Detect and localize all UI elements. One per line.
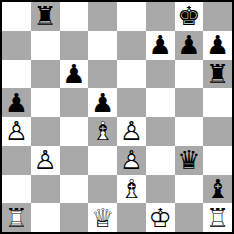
square-a2[interactable] [2,175,31,204]
square-h5[interactable] [203,88,232,117]
black-pawn: ♟ [146,31,175,60]
square-g5[interactable] [175,88,204,117]
square-f6[interactable] [146,60,175,89]
square-e4[interactable]: ♟♙ [117,117,146,146]
square-a7[interactable] [2,31,31,60]
white-pawn: ♙ [117,146,146,175]
square-c5[interactable] [60,88,89,117]
square-d2[interactable] [88,175,117,204]
white-queen: ♕ [88,203,117,232]
square-a8[interactable] [2,2,31,31]
white-pawn-fill: ♟ [117,146,146,175]
square-h7[interactable]: ♟ [203,31,232,60]
square-f4[interactable] [146,117,175,146]
square-b1[interactable] [31,203,60,232]
square-f3[interactable] [146,146,175,175]
square-d7[interactable] [88,31,117,60]
square-f7[interactable]: ♟ [146,31,175,60]
white-pawn: ♙ [117,117,146,146]
square-d4[interactable]: ♝♗ [88,117,117,146]
square-g4[interactable] [175,117,204,146]
chess-diagram: ♜♚♟♟♟♟♜♟♟♟♙♝♗♟♙♟♙♟♙♛♝♗♝♜♖♛♕♚♔♜♖ [0,0,234,234]
square-h8[interactable] [203,2,232,31]
square-b2[interactable] [31,175,60,204]
white-bishop-fill: ♝ [88,117,117,146]
square-d3[interactable] [88,146,117,175]
black-pawn: ♟ [175,31,204,60]
black-pawn: ♟ [60,60,89,89]
square-c7[interactable] [60,31,89,60]
square-h1[interactable]: ♜♖ [203,203,232,232]
square-f8[interactable] [146,2,175,31]
square-a4[interactable]: ♟♙ [2,117,31,146]
square-e7[interactable] [117,31,146,60]
black-rook: ♜ [31,2,60,31]
black-king: ♚ [175,2,204,31]
white-pawn-fill: ♟ [117,117,146,146]
square-e5[interactable] [117,88,146,117]
square-e2[interactable]: ♝♗ [117,175,146,204]
square-a3[interactable] [2,146,31,175]
square-g2[interactable] [175,175,204,204]
square-d6[interactable] [88,60,117,89]
square-g1[interactable] [175,203,204,232]
white-king-fill: ♚ [146,203,175,232]
square-e1[interactable] [117,203,146,232]
white-pawn-fill: ♟ [2,117,31,146]
square-h2[interactable]: ♝ [203,175,232,204]
square-c1[interactable] [60,203,89,232]
square-h6[interactable]: ♜ [203,60,232,89]
square-g3[interactable]: ♛ [175,146,204,175]
black-bishop: ♝ [203,175,232,204]
white-rook: ♖ [2,203,31,232]
white-rook-fill: ♜ [2,203,31,232]
white-bishop: ♗ [88,117,117,146]
square-b5[interactable] [31,88,60,117]
square-f1[interactable]: ♚♔ [146,203,175,232]
white-pawn: ♙ [31,146,60,175]
square-c3[interactable] [60,146,89,175]
square-c4[interactable] [60,117,89,146]
white-pawn: ♙ [2,117,31,146]
square-a6[interactable] [2,60,31,89]
white-rook-fill: ♜ [203,203,232,232]
square-b6[interactable] [31,60,60,89]
square-g8[interactable]: ♚ [175,2,204,31]
square-b7[interactable] [31,31,60,60]
square-h3[interactable] [203,146,232,175]
black-pawn: ♟ [88,88,117,117]
white-king: ♔ [146,203,175,232]
square-e6[interactable] [117,60,146,89]
square-f5[interactable] [146,88,175,117]
white-pawn-fill: ♟ [31,146,60,175]
black-pawn: ♟ [203,31,232,60]
square-b8[interactable]: ♜ [31,2,60,31]
square-a1[interactable]: ♜♖ [2,203,31,232]
square-e8[interactable] [117,2,146,31]
square-d5[interactable]: ♟ [88,88,117,117]
square-c2[interactable] [60,175,89,204]
white-bishop-fill: ♝ [117,175,146,204]
black-rook: ♜ [203,60,232,89]
square-g7[interactable]: ♟ [175,31,204,60]
square-a5[interactable]: ♟ [2,88,31,117]
square-d1[interactable]: ♛♕ [88,203,117,232]
white-rook: ♖ [203,203,232,232]
square-e3[interactable]: ♟♙ [117,146,146,175]
square-f2[interactable] [146,175,175,204]
square-c8[interactable] [60,2,89,31]
square-d8[interactable] [88,2,117,31]
white-queen-fill: ♛ [88,203,117,232]
chess-board: ♜♚♟♟♟♟♜♟♟♟♙♝♗♟♙♟♙♟♙♛♝♗♝♜♖♛♕♚♔♜♖ [0,0,234,234]
black-pawn: ♟ [2,88,31,117]
square-b3[interactable]: ♟♙ [31,146,60,175]
square-g6[interactable] [175,60,204,89]
black-queen: ♛ [175,146,204,175]
white-bishop: ♗ [117,175,146,204]
square-h4[interactable] [203,117,232,146]
square-c6[interactable]: ♟ [60,60,89,89]
square-b4[interactable] [31,117,60,146]
